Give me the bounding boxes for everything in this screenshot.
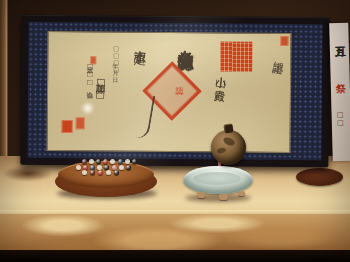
- shelf-front-edge: [0, 214, 350, 252]
- solitaire-board: [55, 152, 159, 200]
- marble-layer: [55, 152, 159, 200]
- shadow-under-shelf: [0, 250, 350, 262]
- marble-black: [96, 159, 101, 164]
- marble-maroon: [90, 170, 95, 175]
- dish-foot: [219, 194, 228, 200]
- corner-seal: [280, 36, 288, 46]
- marble-red: [103, 159, 108, 164]
- marble-white: [89, 159, 94, 164]
- small-red-seal: [90, 56, 96, 64]
- dish-foot: [238, 191, 245, 196]
- marble-white: [97, 165, 102, 170]
- photo-scene: { "game": "marble solitaire (round woode…: [0, 0, 350, 262]
- marble-white: [119, 165, 124, 170]
- side-card-text-3: □□: [335, 111, 343, 127]
- marble-white: [76, 165, 81, 170]
- dish-inner-well: [193, 172, 241, 185]
- marble-navy: [90, 165, 95, 170]
- wall-corner-strip: [0, 0, 8, 174]
- date-column: □□年□月□日: [112, 44, 119, 108]
- certificate-label: 認定證: [265, 52, 286, 113]
- marble-white: [106, 170, 111, 175]
- side-sign-card: 五月 祭 □□: [329, 23, 350, 161]
- certificate-frame: 認定證 小山 貴殿 名誉公認教師 公認 右認定す □□年□月□日 日本□□□協会…: [20, 15, 329, 168]
- marble-black: [126, 165, 131, 170]
- marble-pink: [112, 165, 117, 170]
- marble-white: [125, 159, 130, 164]
- marble-black: [114, 170, 119, 175]
- marble-white: [110, 159, 115, 164]
- marble-white: [82, 170, 87, 175]
- jar-stem: [223, 123, 233, 133]
- marble-red: [98, 170, 103, 175]
- dish-foot: [197, 192, 205, 198]
- certificate-paper: 認定證 小山 貴殿 名誉公認教師 公認 右認定す □□年□月□日 日本□□□協会…: [46, 31, 291, 153]
- dark-wooden-coaster: [296, 168, 343, 186]
- flash-glare: [80, 102, 96, 114]
- marble-black: [132, 159, 137, 164]
- signer-seal-right: [76, 117, 85, 129]
- marble-red: [83, 165, 88, 170]
- dark-round-stain: [4, 166, 52, 181]
- signer-seal-left: [62, 120, 73, 133]
- jar-body: [211, 130, 246, 165]
- marble-navy: [118, 159, 123, 164]
- marble-black: [104, 165, 109, 170]
- marble-maroon: [82, 159, 87, 164]
- tea-caddy-jar: [209, 124, 249, 168]
